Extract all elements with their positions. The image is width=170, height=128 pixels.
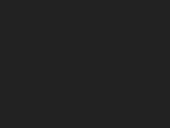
octi-board-photo bbox=[0, 0, 170, 128]
scene-svg bbox=[0, 0, 170, 128]
